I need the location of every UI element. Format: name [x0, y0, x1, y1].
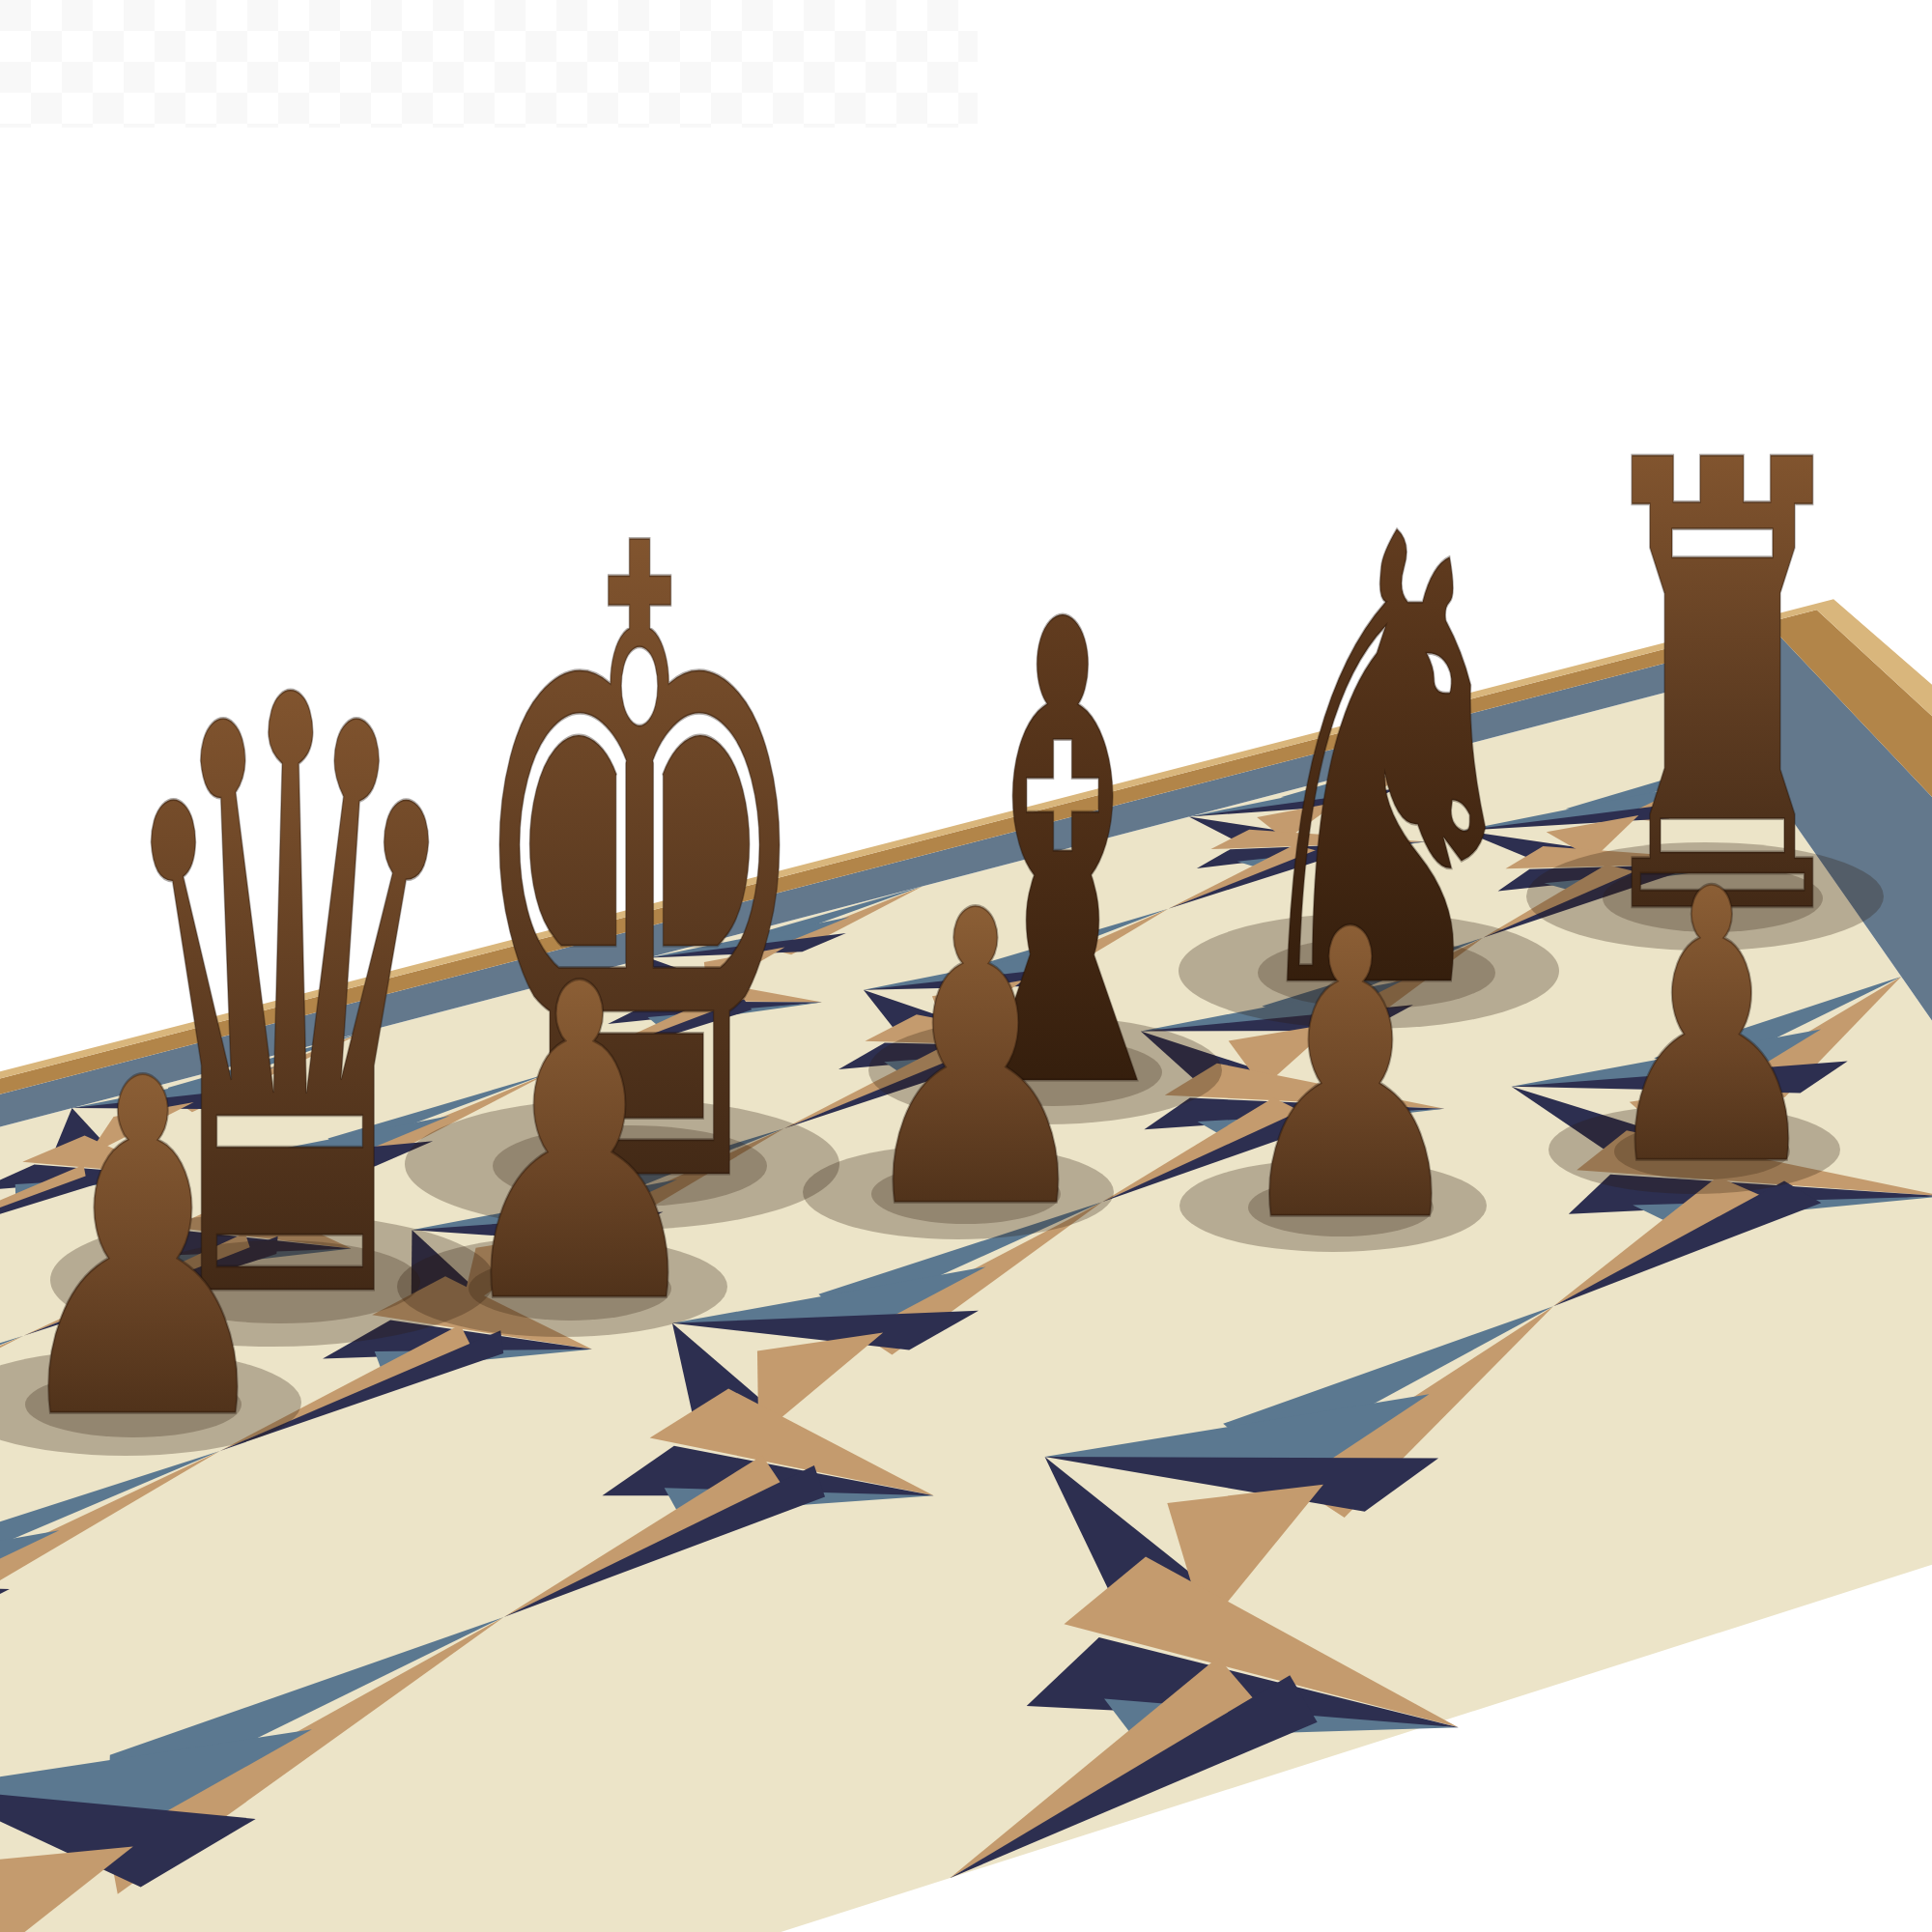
piece-pawn-e2: ♟ — [447, 894, 712, 1400]
piece-pawn-d2: ♟ — [2, 981, 285, 1521]
pawn-glyph: ♟ — [2, 981, 285, 1521]
piece-pawn-h2: ♟ — [1597, 809, 1827, 1248]
pawn-glyph: ♟ — [1229, 846, 1471, 1309]
pawn-glyph: ♟ — [447, 894, 712, 1400]
backdrop-checker-tint — [0, 0, 978, 128]
pawn-glyph: ♟ — [852, 826, 1099, 1298]
piece-pawn-f2: ♟ — [852, 826, 1099, 1298]
pawn-glyph: ♟ — [1597, 809, 1827, 1248]
product-photo-stage: ♜♞♝♟♚♟♟♛♟♟ — [0, 0, 1932, 1932]
piece-pawn-g2: ♟ — [1229, 846, 1471, 1309]
chess-photo-scene: ♜♞♝♟♚♟♟♛♟♟ — [0, 0, 1932, 1932]
